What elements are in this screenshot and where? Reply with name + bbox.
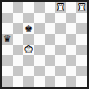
square-d3[interactable]: [34, 55, 45, 66]
square-h1[interactable]: [76, 76, 87, 87]
square-g5[interactable]: [66, 34, 77, 45]
black-queen-a5[interactable]: ♛: [3, 34, 12, 44]
chess-board: ♜♜♚♛♚: [2, 2, 87, 87]
square-b3[interactable]: [13, 55, 24, 66]
square-e1[interactable]: [45, 76, 56, 87]
square-f4[interactable]: [55, 45, 66, 56]
square-h7[interactable]: [76, 13, 87, 24]
square-g1[interactable]: [66, 76, 77, 87]
square-g3[interactable]: [66, 55, 77, 66]
square-f6[interactable]: [55, 23, 66, 34]
square-h8[interactable]: ♜: [76, 2, 87, 13]
square-c1[interactable]: [23, 76, 34, 87]
square-c8[interactable]: [23, 2, 34, 13]
square-f3[interactable]: [55, 55, 66, 66]
white-king-c4[interactable]: ♚: [24, 45, 33, 55]
square-c3[interactable]: [23, 55, 34, 66]
square-d7[interactable]: [34, 13, 45, 24]
square-a2[interactable]: [2, 66, 13, 77]
square-f2[interactable]: [55, 66, 66, 77]
square-g6[interactable]: [66, 23, 77, 34]
square-c6[interactable]: ♚: [23, 23, 34, 34]
black-king-c6[interactable]: ♚: [24, 23, 33, 33]
square-d8[interactable]: [34, 2, 45, 13]
square-g4[interactable]: [66, 45, 77, 56]
square-h5[interactable]: [76, 34, 87, 45]
square-a7[interactable]: [2, 13, 13, 24]
square-a8[interactable]: [2, 2, 13, 13]
square-a5[interactable]: ♛: [2, 34, 13, 45]
square-d5[interactable]: [34, 34, 45, 45]
square-a4[interactable]: [2, 45, 13, 56]
square-b5[interactable]: [13, 34, 24, 45]
square-e7[interactable]: [45, 13, 56, 24]
square-h6[interactable]: [76, 23, 87, 34]
square-a3[interactable]: [2, 55, 13, 66]
square-d1[interactable]: [34, 76, 45, 87]
square-h4[interactable]: [76, 45, 87, 56]
chess-board-frame: ♜♜♚♛♚: [0, 0, 89, 89]
white-rook-f8[interactable]: ♜: [56, 2, 65, 12]
square-d2[interactable]: [34, 66, 45, 77]
square-e3[interactable]: [45, 55, 56, 66]
square-b2[interactable]: [13, 66, 24, 77]
square-g2[interactable]: [66, 66, 77, 77]
square-h3[interactable]: [76, 55, 87, 66]
square-g8[interactable]: [66, 2, 77, 13]
square-e6[interactable]: [45, 23, 56, 34]
square-e8[interactable]: [45, 2, 56, 13]
square-f8[interactable]: ♜: [55, 2, 66, 13]
square-e2[interactable]: [45, 66, 56, 77]
square-a1[interactable]: [2, 76, 13, 87]
square-b8[interactable]: [13, 2, 24, 13]
square-b4[interactable]: [13, 45, 24, 56]
square-b6[interactable]: [13, 23, 24, 34]
square-d6[interactable]: [34, 23, 45, 34]
white-rook-h8[interactable]: ♜: [77, 2, 86, 12]
square-e5[interactable]: [45, 34, 56, 45]
square-c4[interactable]: ♚: [23, 45, 34, 56]
square-f5[interactable]: [55, 34, 66, 45]
square-c2[interactable]: [23, 66, 34, 77]
square-b1[interactable]: [13, 76, 24, 87]
square-f1[interactable]: [55, 76, 66, 87]
square-b7[interactable]: [13, 13, 24, 24]
square-d4[interactable]: [34, 45, 45, 56]
square-f7[interactable]: [55, 13, 66, 24]
square-e4[interactable]: [45, 45, 56, 56]
square-h2[interactable]: [76, 66, 87, 77]
square-g7[interactable]: [66, 13, 77, 24]
